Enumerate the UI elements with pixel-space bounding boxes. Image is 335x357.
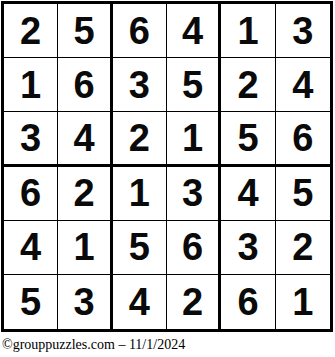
sudoku-cell-r2c3[interactable]: 3 (113, 58, 167, 112)
sudoku-cell-r3c4[interactable]: 1 (167, 112, 221, 166)
sudoku-cell-r3c6[interactable]: 6 (276, 112, 330, 166)
sudoku-cell-r3c1[interactable]: 3 (4, 112, 58, 166)
sudoku-cell-r4c2[interactable]: 2 (58, 167, 112, 221)
sudoku-cell-r2c4[interactable]: 5 (167, 58, 221, 112)
sudoku-cell-r5c5[interactable]: 3 (221, 221, 275, 275)
sudoku-cell-r6c4[interactable]: 2 (167, 275, 221, 329)
sudoku-cell-r6c6[interactable]: 1 (276, 275, 330, 329)
sudoku-cell-r6c5[interactable]: 6 (221, 275, 275, 329)
sudoku-cell-r1c6[interactable]: 3 (276, 4, 330, 58)
sudoku-cell-r3c2[interactable]: 4 (58, 112, 112, 166)
sudoku-cell-r2c5[interactable]: 2 (221, 58, 275, 112)
sudoku-board: 256413163524342156621345415632534261 (1, 1, 333, 332)
sudoku-cell-r5c4[interactable]: 6 (167, 221, 221, 275)
copyright-credit: ©grouppuzzles.com – 11/1/2024 (2, 337, 185, 354)
sudoku-cell-r4c4[interactable]: 3 (167, 167, 221, 221)
sudoku-cell-r5c1[interactable]: 4 (4, 221, 58, 275)
sudoku-cell-r1c1[interactable]: 2 (4, 4, 58, 58)
sudoku-cell-r2c2[interactable]: 6 (58, 58, 112, 112)
sudoku-cell-r5c2[interactable]: 1 (58, 221, 112, 275)
sudoku-cell-r4c5[interactable]: 4 (221, 167, 275, 221)
sudoku-cell-r1c4[interactable]: 4 (167, 4, 221, 58)
sudoku-cell-r1c5[interactable]: 1 (221, 4, 275, 58)
sudoku-cell-r5c3[interactable]: 5 (113, 221, 167, 275)
sudoku-cell-r6c1[interactable]: 5 (4, 275, 58, 329)
sudoku-cell-r6c3[interactable]: 4 (113, 275, 167, 329)
sudoku-cell-r1c3[interactable]: 6 (113, 4, 167, 58)
sudoku-cell-r2c1[interactable]: 1 (4, 58, 58, 112)
puzzle-page: 256413163524342156621345415632534261 ©gr… (0, 0, 335, 357)
sudoku-cell-r4c6[interactable]: 5 (276, 167, 330, 221)
sudoku-cell-r5c6[interactable]: 2 (276, 221, 330, 275)
sudoku-cell-r1c2[interactable]: 5 (58, 4, 112, 58)
sudoku-cell-r4c3[interactable]: 1 (113, 167, 167, 221)
sudoku-cell-r2c6[interactable]: 4 (276, 58, 330, 112)
sudoku-cell-r6c2[interactable]: 3 (58, 275, 112, 329)
sudoku-cell-r3c3[interactable]: 2 (113, 112, 167, 166)
sudoku-cell-r4c1[interactable]: 6 (4, 167, 58, 221)
sudoku-cell-r3c5[interactable]: 5 (221, 112, 275, 166)
